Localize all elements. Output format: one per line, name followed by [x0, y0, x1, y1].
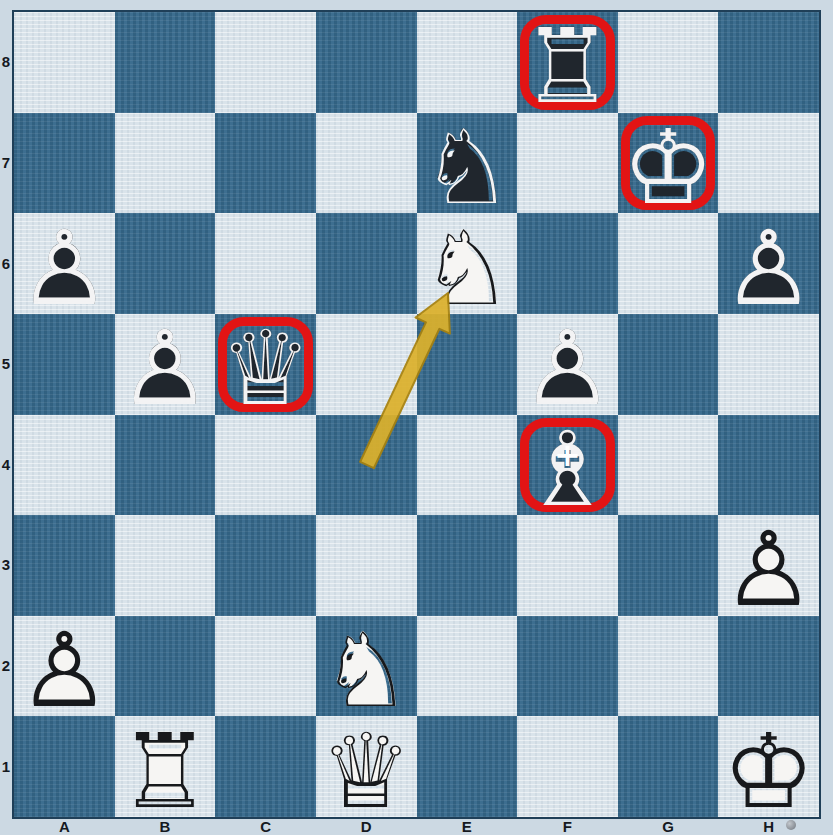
square-a3[interactable]	[14, 515, 115, 616]
square-a8[interactable]	[14, 12, 115, 113]
square-b6[interactable]	[115, 213, 216, 314]
square-h7[interactable]	[718, 113, 819, 214]
square-g1[interactable]	[618, 716, 719, 817]
square-d1[interactable]: ♛♕	[316, 716, 417, 817]
square-f8[interactable]: ♜♖	[517, 12, 618, 113]
chessboard-diagram: ♜♖♞♘♚♔♟♙♞♘♟♙♟♙♛♕♟♙♝♗+♟♙♟♙♞♘♜♖♛♕♚♔ 876543…	[0, 0, 833, 835]
piece-outline-glyph: ♙	[18, 218, 110, 318]
square-b2[interactable]	[115, 616, 216, 717]
piece-white-pawn-h3: ♟♙	[718, 515, 819, 616]
piece-outline-glyph: ♖	[119, 721, 211, 821]
square-d6[interactable]	[316, 213, 417, 314]
square-h6[interactable]: ♟♙	[718, 213, 819, 314]
piece-outline-glyph: ♕	[219, 318, 311, 418]
piece-black-bishop-f4: ♝♗+	[517, 415, 618, 516]
piece-white-queen-d1: ♛♕	[316, 716, 417, 817]
square-c3[interactable]	[215, 515, 316, 616]
file-label-c: C	[251, 819, 281, 835]
piece-outline-glyph: ♔	[723, 721, 815, 821]
piece-black-knight-e7: ♞♘	[417, 113, 518, 214]
file-label-b: B	[150, 819, 180, 835]
square-c7[interactable]	[215, 113, 316, 214]
square-a5[interactable]	[14, 314, 115, 415]
square-e4[interactable]	[417, 415, 518, 516]
square-h4[interactable]	[718, 415, 819, 516]
piece-outline-glyph: ♘	[421, 117, 513, 217]
square-f1[interactable]	[517, 716, 618, 817]
piece-outline-glyph: ♙	[18, 620, 110, 720]
square-h5[interactable]	[718, 314, 819, 415]
square-d5[interactable]	[316, 314, 417, 415]
square-a6[interactable]: ♟♙	[14, 213, 115, 314]
square-e6[interactable]: ♞♘	[417, 213, 518, 314]
square-d7[interactable]	[316, 113, 417, 214]
file-label-f: F	[552, 819, 582, 835]
square-b7[interactable]	[115, 113, 216, 214]
square-b5[interactable]: ♟♙	[115, 314, 216, 415]
file-label-e: E	[452, 819, 482, 835]
piece-outline-glyph: ♔	[622, 117, 714, 217]
piece-black-queen-c5: ♛♕	[215, 314, 316, 415]
square-c5[interactable]: ♛♕	[215, 314, 316, 415]
bishop-cross-icon: +	[554, 405, 581, 505]
square-c4[interactable]	[215, 415, 316, 516]
board: ♜♖♞♘♚♔♟♙♞♘♟♙♟♙♛♕♟♙♝♗+♟♙♟♙♞♘♜♖♛♕♚♔	[12, 10, 821, 819]
rank-label-6: 6	[0, 255, 12, 273]
piece-white-knight-d2: ♞♘	[316, 616, 417, 717]
square-e2[interactable]	[417, 616, 518, 717]
file-label-h: H	[754, 819, 784, 835]
square-f4[interactable]: ♝♗+	[517, 415, 618, 516]
square-c6[interactable]	[215, 213, 316, 314]
piece-black-pawn-h6: ♟♙	[718, 213, 819, 314]
square-g7[interactable]: ♚♔	[618, 113, 719, 214]
watermark-dot	[786, 820, 796, 830]
piece-outline-glyph: ♕	[320, 721, 412, 821]
rank-label-7: 7	[0, 154, 12, 172]
square-a1[interactable]	[14, 716, 115, 817]
square-c2[interactable]	[215, 616, 316, 717]
piece-outline-glyph: ♘	[320, 620, 412, 720]
piece-outline-glyph: ♙	[119, 318, 211, 418]
square-g4[interactable]	[618, 415, 719, 516]
square-f2[interactable]	[517, 616, 618, 717]
piece-outline-glyph: ♖	[521, 16, 613, 116]
file-label-d: D	[351, 819, 381, 835]
rank-label-2: 2	[0, 657, 12, 675]
rank-label-5: 5	[0, 355, 12, 373]
square-b8[interactable]	[115, 12, 216, 113]
square-e8[interactable]	[417, 12, 518, 113]
square-e5[interactable]	[417, 314, 518, 415]
square-e7[interactable]: ♞♘	[417, 113, 518, 214]
piece-outline-glyph: ♙	[521, 318, 613, 418]
square-g6[interactable]	[618, 213, 719, 314]
square-a4[interactable]	[14, 415, 115, 516]
square-h8[interactable]	[718, 12, 819, 113]
square-f3[interactable]	[517, 515, 618, 616]
square-a7[interactable]	[14, 113, 115, 214]
piece-black-pawn-a6: ♟♙	[14, 213, 115, 314]
piece-outline-glyph: ♙	[723, 218, 815, 318]
piece-black-king-g7: ♚♔	[618, 113, 719, 214]
square-b1[interactable]: ♜♖	[115, 716, 216, 817]
square-d2[interactable]: ♞♘	[316, 616, 417, 717]
square-g8[interactable]	[618, 12, 719, 113]
rank-label-4: 4	[0, 456, 12, 474]
square-c8[interactable]	[215, 12, 316, 113]
square-c1[interactable]	[215, 716, 316, 817]
rank-label-3: 3	[0, 556, 12, 574]
square-d8[interactable]	[316, 12, 417, 113]
piece-white-pawn-a2: ♟♙	[14, 616, 115, 717]
square-e3[interactable]	[417, 515, 518, 616]
piece-white-knight-e6: ♞♘	[417, 213, 518, 314]
file-label-g: G	[653, 819, 683, 835]
piece-white-king-h1: ♚♔	[718, 716, 819, 817]
rank-label-8: 8	[0, 53, 12, 71]
square-b3[interactable]	[115, 515, 216, 616]
square-h2[interactable]	[718, 616, 819, 717]
piece-black-pawn-f5: ♟♙	[517, 314, 618, 415]
square-d3[interactable]	[316, 515, 417, 616]
piece-white-rook-b1: ♜♖	[115, 716, 216, 817]
square-f5[interactable]: ♟♙	[517, 314, 618, 415]
square-h3[interactable]: ♟♙	[718, 515, 819, 616]
square-g3[interactable]	[618, 515, 719, 616]
square-f7[interactable]	[517, 113, 618, 214]
square-e1[interactable]	[417, 716, 518, 817]
piece-black-rook-f8: ♜♖	[517, 12, 618, 113]
square-b4[interactable]	[115, 415, 216, 516]
file-label-a: A	[49, 819, 79, 835]
square-g2[interactable]	[618, 616, 719, 717]
square-f6[interactable]	[517, 213, 618, 314]
rank-label-1: 1	[0, 758, 12, 776]
piece-outline-glyph: ♘	[421, 218, 513, 318]
square-d4[interactable]	[316, 415, 417, 516]
square-g5[interactable]	[618, 314, 719, 415]
piece-outline-glyph: ♙	[723, 519, 815, 619]
piece-black-pawn-b5: ♟♙	[115, 314, 216, 415]
square-a2[interactable]: ♟♙	[14, 616, 115, 717]
square-h1[interactable]: ♚♔	[718, 716, 819, 817]
